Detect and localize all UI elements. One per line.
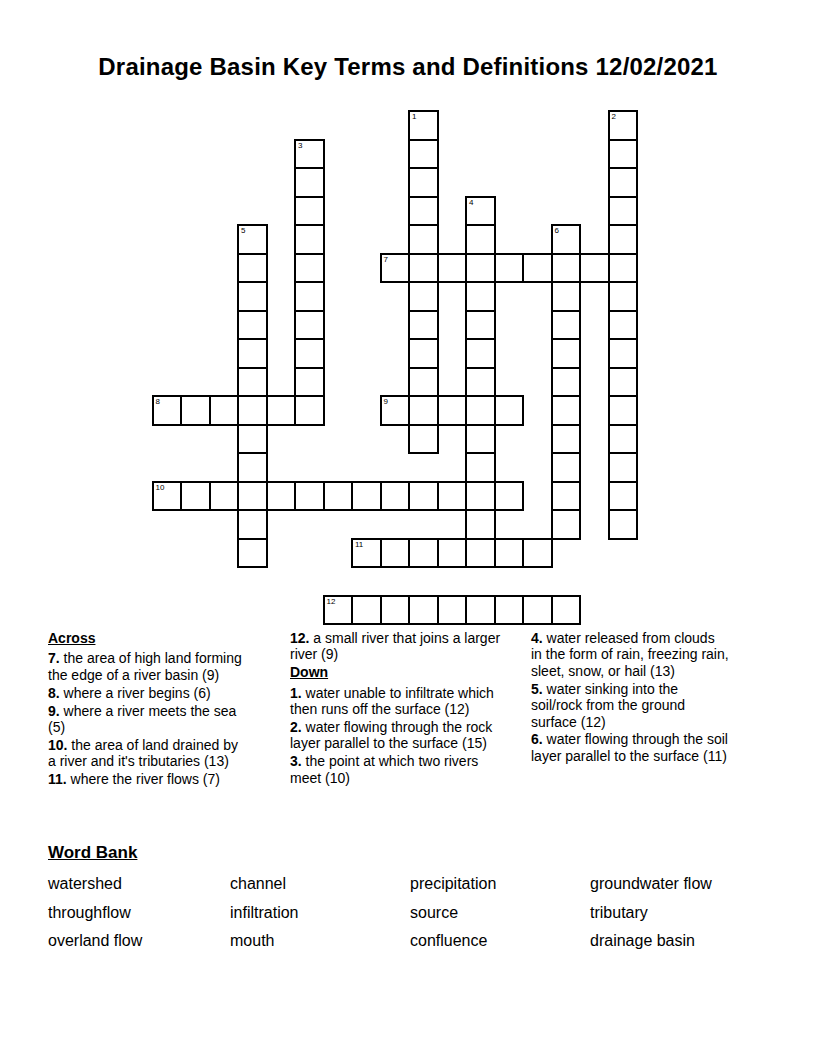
across-heading: Across <box>48 630 249 646</box>
grid-cell[interactable] <box>294 367 325 398</box>
grid-cell[interactable] <box>465 281 496 312</box>
clue-across-11: 11. where the river flows (7) <box>48 771 249 787</box>
grid-cell[interactable] <box>351 481 382 512</box>
word-bank-item: tributary <box>590 899 778 928</box>
clue-column-1: Across 7. the area of high land forming … <box>48 630 249 789</box>
grid-cell[interactable] <box>465 595 496 626</box>
grid-cell[interactable] <box>465 509 496 540</box>
grid-cell[interactable] <box>494 481 525 512</box>
clue-across-12: 12. a small river that joins a larger ri… <box>290 630 502 663</box>
clue-down-5: 5. water sinking into the soil/rock from… <box>531 681 729 730</box>
page-title: Drainage Basin Key Terms and Definitions… <box>0 51 816 83</box>
grid-cell[interactable] <box>437 253 468 284</box>
clue-down-6: 6. water flowing through the soil layer … <box>531 731 729 764</box>
grid-cell[interactable] <box>551 481 582 512</box>
grid-cell[interactable] <box>294 253 325 284</box>
grid-cell[interactable] <box>522 253 553 284</box>
grid-cell[interactable] <box>465 310 496 341</box>
cell-clue-number: 4 <box>469 198 473 208</box>
grid-cell[interactable] <box>237 509 268 540</box>
grid-cell[interactable] <box>294 224 325 255</box>
grid-cell[interactable]: 10 <box>152 481 183 512</box>
grid-cell[interactable] <box>551 367 582 398</box>
grid-cell[interactable] <box>351 595 382 626</box>
cell-clue-number: 11 <box>355 540 363 550</box>
clue-across-7: 7. the area of high land forming the edg… <box>48 650 249 683</box>
clue-down-3: 3. the point at which two rivers meet (1… <box>290 753 502 786</box>
grid-cell[interactable]: 1 <box>408 110 439 141</box>
grid-cell[interactable] <box>237 310 268 341</box>
grid-cell[interactable] <box>551 338 582 369</box>
grid-cell[interactable] <box>551 281 582 312</box>
grid-cell[interactable] <box>237 253 268 284</box>
cell-clue-number: 7 <box>384 255 388 265</box>
clue-across-8: 8. where a river begins (6) <box>48 685 249 701</box>
word-bank: watershed channel precipitation groundwa… <box>48 870 778 956</box>
clue-text: the area of land drained by a river and … <box>48 737 238 769</box>
grid-cell[interactable] <box>551 395 582 426</box>
grid-cell[interactable] <box>408 167 439 198</box>
grid-cell[interactable]: 2 <box>608 110 639 141</box>
grid-cell[interactable] <box>266 481 297 512</box>
grid-cell[interactable] <box>551 424 582 455</box>
grid-cell[interactable] <box>608 196 639 227</box>
grid-cell[interactable] <box>465 338 496 369</box>
clue-text: water released from clouds in the form o… <box>531 630 729 679</box>
cell-clue-number: 12 <box>327 597 336 607</box>
grid-cell[interactable] <box>579 253 610 284</box>
clue-number: 6. <box>531 731 543 747</box>
grid-cell[interactable] <box>465 481 496 512</box>
grid-cell[interactable]: 3 <box>294 139 325 170</box>
grid-cell[interactable] <box>608 395 639 426</box>
grid-cell[interactable]: 6 <box>551 224 582 255</box>
cell-clue-number: 5 <box>241 226 245 236</box>
grid-cell[interactable] <box>237 395 268 426</box>
clue-text: the point at which two rivers meet (10) <box>290 753 478 785</box>
grid-cell[interactable] <box>465 253 496 284</box>
clue-text: where a river meets the sea (5) <box>48 703 236 735</box>
word-bank-item: confluence <box>410 927 590 956</box>
clue-number: 2. <box>290 719 302 735</box>
down-heading: Down <box>290 664 502 680</box>
grid-cell[interactable] <box>522 595 553 626</box>
grid-cell[interactable] <box>608 509 639 540</box>
clue-number: 3. <box>290 753 302 769</box>
grid-cell[interactable] <box>408 481 439 512</box>
grid-cell[interactable] <box>294 196 325 227</box>
grid-cell[interactable] <box>608 424 639 455</box>
crossword-grid: 123456789101112 <box>152 110 639 625</box>
cell-clue-number: 3 <box>298 141 302 151</box>
grid-cell[interactable] <box>465 367 496 398</box>
grid-cell[interactable] <box>408 595 439 626</box>
grid-cell[interactable] <box>266 395 297 426</box>
grid-cell[interactable] <box>465 424 496 455</box>
word-bank-item: precipitation <box>410 870 590 899</box>
clue-text: where the river flows (7) <box>71 771 220 787</box>
grid-cell[interactable] <box>237 338 268 369</box>
clue-column-3: 4. water released from clouds in the for… <box>531 630 729 766</box>
grid-cell[interactable] <box>380 538 411 569</box>
grid-cell[interactable] <box>294 310 325 341</box>
grid-cell[interactable] <box>237 424 268 455</box>
grid-cell[interactable] <box>408 224 439 255</box>
grid-cell[interactable] <box>608 367 639 398</box>
grid-cell[interactable] <box>551 595 582 626</box>
grid-cell[interactable] <box>465 452 496 483</box>
grid-cell[interactable] <box>237 481 268 512</box>
grid-cell[interactable] <box>465 395 496 426</box>
clue-down-4: 4. water released from clouds in the for… <box>531 630 729 679</box>
grid-cell[interactable] <box>294 338 325 369</box>
clue-text: water sinking into the soil/rock from th… <box>531 681 685 730</box>
clue-down-2: 2. water flowing through the rock layer … <box>290 719 502 752</box>
grid-cell[interactable] <box>237 367 268 398</box>
word-bank-item: mouth <box>230 927 410 956</box>
clue-column-2: 12. a small river that joins a larger ri… <box>290 630 502 788</box>
clue-number: 8. <box>48 685 60 701</box>
word-bank-item: throughflow <box>48 899 230 928</box>
grid-cell[interactable] <box>209 481 240 512</box>
grid-cell[interactable]: 4 <box>465 196 496 227</box>
grid-cell[interactable] <box>408 281 439 312</box>
clue-number: 11. <box>48 771 67 787</box>
grid-cell[interactable] <box>494 395 525 426</box>
clue-number: 12. <box>290 630 309 646</box>
clue-across-10: 10. the area of land drained by a river … <box>48 737 249 770</box>
grid-cell[interactable] <box>551 452 582 483</box>
grid-cell[interactable] <box>237 452 268 483</box>
clue-text: a small river that joins a larger river … <box>290 630 500 662</box>
grid-cell[interactable] <box>437 481 468 512</box>
grid-cell[interactable] <box>408 424 439 455</box>
grid-cell[interactable] <box>608 139 639 170</box>
grid-cell[interactable] <box>551 253 582 284</box>
clue-number: 1. <box>290 685 302 701</box>
grid-cell[interactable] <box>180 481 211 512</box>
grid-cell[interactable] <box>408 253 439 284</box>
grid-cell[interactable] <box>294 281 325 312</box>
grid-cell[interactable] <box>608 481 639 512</box>
grid-cell[interactable] <box>608 281 639 312</box>
grid-cell[interactable] <box>237 281 268 312</box>
crossword-worksheet: Drainage Basin Key Terms and Definitions… <box>0 0 816 1056</box>
grid-cell[interactable] <box>237 538 268 569</box>
grid-cell[interactable] <box>380 481 411 512</box>
grid-cell[interactable]: 5 <box>237 224 268 255</box>
grid-cell[interactable] <box>408 395 439 426</box>
grid-cell[interactable] <box>608 338 639 369</box>
grid-cell[interactable] <box>608 253 639 284</box>
word-bank-item: groundwater flow <box>590 870 778 899</box>
grid-cell[interactable]: 11 <box>351 538 382 569</box>
grid-cell[interactable] <box>608 167 639 198</box>
clue-number: 7. <box>48 650 60 666</box>
word-bank-item: channel <box>230 870 410 899</box>
grid-cell[interactable] <box>465 224 496 255</box>
clue-text: the area of high land forming the edge o… <box>48 650 242 682</box>
grid-cell[interactable]: 7 <box>380 253 411 284</box>
clue-text: water flowing through the rock layer par… <box>290 719 492 751</box>
word-bank-item: overland flow <box>48 927 230 956</box>
cell-clue-number: 1 <box>412 112 416 122</box>
clue-number: 4. <box>531 630 543 646</box>
grid-cell[interactable] <box>180 395 211 426</box>
grid-cell[interactable]: 12 <box>323 595 354 626</box>
cell-clue-number: 10 <box>156 483 165 493</box>
grid-cell[interactable] <box>408 196 439 227</box>
clue-text: where a river begins (6) <box>64 685 211 701</box>
grid-cell[interactable] <box>323 481 354 512</box>
clue-down-1: 1. water unable to infiltrate which then… <box>290 685 502 718</box>
grid-cell[interactable] <box>408 338 439 369</box>
grid-cell[interactable] <box>465 538 496 569</box>
grid-cell[interactable] <box>437 595 468 626</box>
grid-cell[interactable] <box>294 481 325 512</box>
grid-cell[interactable] <box>380 595 411 626</box>
grid-cell[interactable] <box>551 509 582 540</box>
grid-cell[interactable] <box>494 253 525 284</box>
clue-text: water flowing through the soil layer par… <box>531 731 728 763</box>
word-bank-item: source <box>410 899 590 928</box>
grid-cell[interactable] <box>494 595 525 626</box>
clue-text: water unable to infiltrate which then ru… <box>290 685 494 717</box>
grid-cell[interactable] <box>408 367 439 398</box>
cell-clue-number: 9 <box>384 397 388 407</box>
word-bank-item: infiltration <box>230 899 410 928</box>
word-bank-item: watershed <box>48 870 230 899</box>
cell-clue-number: 2 <box>612 112 616 122</box>
grid-cell[interactable] <box>408 310 439 341</box>
grid-cell[interactable] <box>522 538 553 569</box>
grid-cell[interactable] <box>408 538 439 569</box>
grid-cell[interactable] <box>608 224 639 255</box>
cell-clue-number: 8 <box>156 397 160 407</box>
grid-cell[interactable] <box>408 139 439 170</box>
grid-cell[interactable] <box>494 538 525 569</box>
grid-cell[interactable] <box>294 395 325 426</box>
grid-cell[interactable] <box>437 538 468 569</box>
grid-cell[interactable] <box>209 395 240 426</box>
clue-number: 9. <box>48 703 60 719</box>
grid-cell[interactable] <box>437 395 468 426</box>
grid-cell[interactable] <box>551 310 582 341</box>
cell-clue-number: 6 <box>555 226 559 236</box>
word-bank-heading: Word Bank <box>48 843 137 863</box>
clue-number: 10. <box>48 737 67 753</box>
clue-number: 5. <box>531 681 543 697</box>
clue-across-9: 9. where a river meets the sea (5) <box>48 703 249 736</box>
grid-cell[interactable] <box>608 452 639 483</box>
word-bank-item: drainage basin <box>590 927 778 956</box>
grid-cell[interactable]: 8 <box>152 395 183 426</box>
grid-cell[interactable] <box>294 167 325 198</box>
grid-cell[interactable] <box>608 310 639 341</box>
grid-cell[interactable]: 9 <box>380 395 411 426</box>
